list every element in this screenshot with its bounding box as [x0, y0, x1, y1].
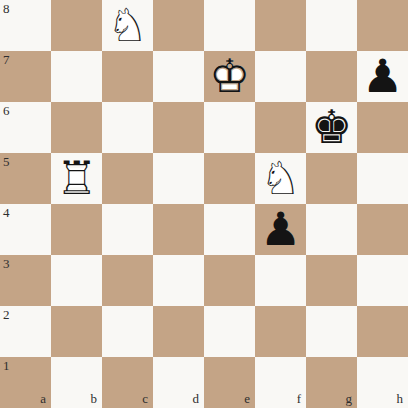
rank-label-2: 2 [3, 308, 10, 321]
square-f6[interactable] [255, 102, 306, 153]
square-c3[interactable] [102, 255, 153, 306]
square-h2[interactable] [357, 306, 408, 357]
square-a8[interactable]: 8 [0, 0, 51, 51]
file-label-b: b [91, 392, 98, 405]
square-a5[interactable]: 5 [0, 153, 51, 204]
rank-label-1: 1 [3, 359, 10, 372]
square-b4[interactable] [51, 204, 102, 255]
square-g5[interactable] [306, 153, 357, 204]
knight-glyph-outline: ♘ [255, 153, 306, 204]
king-glyph: ♚ [306, 102, 357, 153]
square-c2[interactable] [102, 306, 153, 357]
square-d6[interactable] [153, 102, 204, 153]
square-f4[interactable]: ♟ [255, 204, 306, 255]
square-b3[interactable] [51, 255, 102, 306]
rank-label-8: 8 [3, 2, 10, 15]
square-g7[interactable] [306, 51, 357, 102]
square-e4[interactable] [204, 204, 255, 255]
square-a4[interactable]: 4 [0, 204, 51, 255]
square-a6[interactable]: 6 [0, 102, 51, 153]
file-label-e: e [244, 392, 250, 405]
square-c6[interactable] [102, 102, 153, 153]
square-d3[interactable] [153, 255, 204, 306]
square-d5[interactable] [153, 153, 204, 204]
square-e6[interactable] [204, 102, 255, 153]
square-f3[interactable] [255, 255, 306, 306]
square-b5[interactable]: ♜♖ [51, 153, 102, 204]
rank-label-3: 3 [3, 257, 10, 270]
piece-white-king-e7[interactable]: ♚♔ [204, 51, 255, 102]
square-c5[interactable] [102, 153, 153, 204]
square-e5[interactable] [204, 153, 255, 204]
rank-label-6: 6 [3, 104, 10, 117]
square-g8[interactable] [306, 0, 357, 51]
square-h5[interactable] [357, 153, 408, 204]
square-h8[interactable] [357, 0, 408, 51]
square-c4[interactable] [102, 204, 153, 255]
square-d4[interactable] [153, 204, 204, 255]
knight-glyph-outline: ♘ [102, 0, 153, 51]
square-f1[interactable]: f [255, 357, 306, 408]
king-glyph-outline: ♔ [204, 51, 255, 102]
square-h1[interactable]: h [357, 357, 408, 408]
square-a2[interactable]: 2 [0, 306, 51, 357]
square-e3[interactable] [204, 255, 255, 306]
chess-board: 8♞♘7♚♔♟6♚5♜♖♞♘4♟321abcdefgh [0, 0, 408, 408]
square-b8[interactable] [51, 0, 102, 51]
square-d1[interactable]: d [153, 357, 204, 408]
file-label-g: g [346, 392, 353, 405]
square-a3[interactable]: 3 [0, 255, 51, 306]
square-b6[interactable] [51, 102, 102, 153]
square-h6[interactable] [357, 102, 408, 153]
piece-black-king-g6[interactable]: ♚ [306, 102, 357, 153]
square-e7[interactable]: ♚♔ [204, 51, 255, 102]
square-e1[interactable]: e [204, 357, 255, 408]
square-c1[interactable]: c [102, 357, 153, 408]
rank-label-5: 5 [3, 155, 10, 168]
square-b7[interactable] [51, 51, 102, 102]
square-h4[interactable] [357, 204, 408, 255]
square-f2[interactable] [255, 306, 306, 357]
square-g3[interactable] [306, 255, 357, 306]
square-f8[interactable] [255, 0, 306, 51]
square-c8[interactable]: ♞♘ [102, 0, 153, 51]
square-a1[interactable]: 1a [0, 357, 51, 408]
square-d7[interactable] [153, 51, 204, 102]
piece-black-pawn-f4[interactable]: ♟ [255, 204, 306, 255]
square-g2[interactable] [306, 306, 357, 357]
square-g1[interactable]: g [306, 357, 357, 408]
file-label-h: h [397, 392, 404, 405]
square-h3[interactable] [357, 255, 408, 306]
square-c7[interactable] [102, 51, 153, 102]
file-label-a: a [40, 392, 46, 405]
square-f7[interactable] [255, 51, 306, 102]
piece-black-pawn-h7[interactable]: ♟ [357, 51, 408, 102]
square-g6[interactable]: ♚ [306, 102, 357, 153]
piece-white-knight-f5[interactable]: ♞♘ [255, 153, 306, 204]
rank-label-4: 4 [3, 206, 10, 219]
square-e2[interactable] [204, 306, 255, 357]
square-f5[interactable]: ♞♘ [255, 153, 306, 204]
square-g4[interactable] [306, 204, 357, 255]
file-label-d: d [193, 392, 200, 405]
piece-white-knight-c8[interactable]: ♞♘ [102, 0, 153, 51]
piece-white-rook-b5[interactable]: ♜♖ [51, 153, 102, 204]
square-a7[interactable]: 7 [0, 51, 51, 102]
file-label-f: f [297, 392, 301, 405]
file-label-c: c [142, 392, 148, 405]
rank-label-7: 7 [3, 53, 10, 66]
pawn-glyph: ♟ [255, 204, 306, 255]
square-d8[interactable] [153, 0, 204, 51]
square-b2[interactable] [51, 306, 102, 357]
pawn-glyph: ♟ [357, 51, 408, 102]
rook-glyph-outline: ♖ [51, 153, 102, 204]
square-b1[interactable]: b [51, 357, 102, 408]
square-h7[interactable]: ♟ [357, 51, 408, 102]
square-e8[interactable] [204, 0, 255, 51]
square-d2[interactable] [153, 306, 204, 357]
